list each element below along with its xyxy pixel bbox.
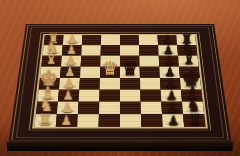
black-queen-icon: ♛ bbox=[120, 59, 140, 78]
square-f5[interactable] bbox=[120, 90, 141, 102]
square-h3[interactable] bbox=[77, 114, 99, 127]
square-h6[interactable] bbox=[141, 114, 163, 127]
square-f3[interactable] bbox=[79, 90, 100, 102]
white-rook-icon: ♜ bbox=[34, 112, 55, 127]
square-d6[interactable] bbox=[140, 67, 160, 78]
white-pawn-icon: ♟ bbox=[56, 114, 77, 127]
square-e4[interactable] bbox=[100, 78, 120, 90]
square-h5[interactable] bbox=[120, 114, 141, 127]
chess-board: ♜♞♝♚♝♞♜♟♟♟♟♟♟♟♟♛♛♟♟♟♟♟♟♟♟♜♞♝♚♝♞♜ bbox=[9, 24, 232, 142]
square-a5[interactable] bbox=[120, 35, 139, 45]
black-pawn-icon: ♟ bbox=[163, 114, 184, 127]
piece-black-pawn-h7[interactable]: ♟ bbox=[162, 114, 184, 127]
piece-white-queen-d4[interactable]: ♛ bbox=[100, 67, 120, 78]
piece-white-rook-h1[interactable]: ♜ bbox=[34, 114, 57, 127]
square-a3[interactable] bbox=[82, 35, 101, 45]
square-e5[interactable] bbox=[120, 78, 140, 90]
piece-black-rook-h8[interactable]: ♜ bbox=[183, 114, 206, 127]
square-f6[interactable] bbox=[140, 90, 161, 102]
square-c3[interactable] bbox=[81, 56, 101, 67]
square-f4[interactable] bbox=[99, 90, 120, 102]
square-e6[interactable] bbox=[140, 78, 161, 90]
piece-white-bishop-c1[interactable]: ♝ bbox=[41, 56, 62, 67]
square-b3[interactable] bbox=[81, 45, 101, 56]
square-a4[interactable] bbox=[101, 35, 120, 45]
square-e3[interactable] bbox=[79, 78, 100, 90]
square-g5[interactable] bbox=[120, 102, 141, 114]
square-b5[interactable] bbox=[120, 45, 139, 56]
board-edge bbox=[7, 142, 234, 151]
square-h4[interactable] bbox=[99, 114, 120, 127]
playing-area: ♜♞♝♚♝♞♜♟♟♟♟♟♟♟♟♛♛♟♟♟♟♟♟♟♟♜♞♝♚♝♞♜ bbox=[34, 35, 205, 127]
black-bishop-icon: ♝ bbox=[179, 51, 199, 67]
white-bishop-icon: ♝ bbox=[41, 51, 61, 67]
square-g4[interactable] bbox=[99, 102, 120, 114]
piece-white-pawn-h2[interactable]: ♟ bbox=[56, 114, 78, 127]
photo-scene: ♜♞♝♚♝♞♜♟♟♟♟♟♟♟♟♛♛♟♟♟♟♟♟♟♟♜♞♝♚♝♞♜ bbox=[0, 0, 240, 156]
piece-black-queen-d5[interactable]: ♛ bbox=[120, 67, 140, 78]
square-g6[interactable] bbox=[141, 102, 162, 114]
square-b6[interactable] bbox=[139, 45, 159, 56]
piece-black-bishop-c8[interactable]: ♝ bbox=[178, 56, 199, 67]
square-g3[interactable] bbox=[78, 102, 99, 114]
square-b4[interactable] bbox=[101, 45, 120, 56]
square-d3[interactable] bbox=[80, 67, 100, 78]
black-rook-icon: ♜ bbox=[184, 112, 205, 127]
square-a6[interactable] bbox=[139, 35, 158, 45]
white-queen-icon: ♛ bbox=[100, 59, 120, 78]
square-c6[interactable] bbox=[139, 56, 159, 67]
